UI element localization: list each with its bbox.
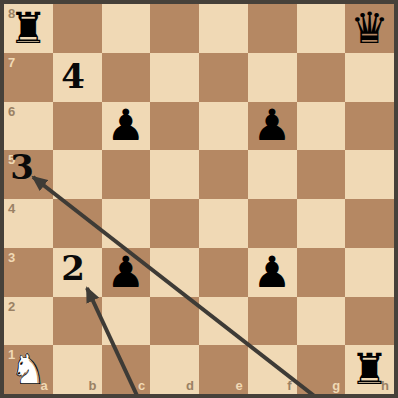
square-h8[interactable]: ♛ bbox=[345, 4, 394, 53]
white-knight-glyph: ♘ bbox=[9, 348, 48, 391]
black-pawn-glyph: ♟ bbox=[107, 104, 146, 147]
square-g7[interactable] bbox=[297, 53, 346, 102]
square-e5[interactable] bbox=[199, 150, 248, 199]
square-a7[interactable]: 7 bbox=[4, 53, 53, 102]
move-number-3-on-a5: 3 bbox=[10, 150, 34, 184]
square-a4[interactable]: 4 bbox=[4, 199, 53, 248]
piece-black-rook-h1[interactable]: ♜ bbox=[345, 345, 394, 394]
move-number-4-on-b7: 4 bbox=[61, 59, 85, 93]
square-h6[interactable] bbox=[345, 102, 394, 151]
rank-label-2: 2 bbox=[8, 299, 15, 314]
square-d4[interactable] bbox=[150, 199, 199, 248]
black-pawn-glyph: ♟ bbox=[253, 104, 292, 147]
square-c1[interactable]: c bbox=[102, 345, 151, 394]
square-g2[interactable] bbox=[297, 297, 346, 346]
square-h4[interactable] bbox=[345, 199, 394, 248]
square-e2[interactable] bbox=[199, 297, 248, 346]
rank-label-3: 3 bbox=[8, 250, 15, 265]
square-f7[interactable] bbox=[248, 53, 297, 102]
square-d7[interactable] bbox=[150, 53, 199, 102]
rank-label-6: 6 bbox=[8, 104, 15, 119]
square-g8[interactable] bbox=[297, 4, 346, 53]
square-e4[interactable] bbox=[199, 199, 248, 248]
square-f3[interactable]: ♟ bbox=[248, 248, 297, 297]
square-c2[interactable] bbox=[102, 297, 151, 346]
square-d1[interactable]: d bbox=[150, 345, 199, 394]
square-a3[interactable]: 3 bbox=[4, 248, 53, 297]
square-c8[interactable] bbox=[102, 4, 151, 53]
square-g4[interactable] bbox=[297, 199, 346, 248]
rank-label-4: 4 bbox=[8, 201, 15, 216]
move-number-2-on-b3: 2 bbox=[61, 251, 85, 285]
square-f2[interactable] bbox=[248, 297, 297, 346]
square-a1[interactable]: 1a♞♘ bbox=[4, 345, 53, 394]
square-e8[interactable] bbox=[199, 4, 248, 53]
square-b6[interactable] bbox=[53, 102, 102, 151]
square-f5[interactable] bbox=[248, 150, 297, 199]
square-g5[interactable] bbox=[297, 150, 346, 199]
file-label-b: b bbox=[89, 378, 97, 393]
square-c5[interactable] bbox=[102, 150, 151, 199]
square-b5[interactable] bbox=[53, 150, 102, 199]
file-label-d: d bbox=[186, 378, 194, 393]
piece-black-pawn-c3[interactable]: ♟ bbox=[102, 248, 151, 297]
square-a6[interactable]: 6 bbox=[4, 102, 53, 151]
square-e7[interactable] bbox=[199, 53, 248, 102]
piece-black-pawn-c6[interactable]: ♟ bbox=[102, 102, 151, 151]
square-c4[interactable] bbox=[102, 199, 151, 248]
piece-black-pawn-f3[interactable]: ♟ bbox=[248, 248, 297, 297]
square-b4[interactable] bbox=[53, 199, 102, 248]
square-h7[interactable] bbox=[345, 53, 394, 102]
piece-black-queen-h8[interactable]: ♛ bbox=[345, 4, 394, 53]
square-d8[interactable] bbox=[150, 4, 199, 53]
square-d2[interactable] bbox=[150, 297, 199, 346]
file-label-g: g bbox=[332, 378, 340, 393]
square-h2[interactable] bbox=[345, 297, 394, 346]
square-d5[interactable] bbox=[150, 150, 199, 199]
square-c3[interactable]: ♟ bbox=[102, 248, 151, 297]
square-g3[interactable] bbox=[297, 248, 346, 297]
black-pawn-glyph: ♟ bbox=[253, 251, 292, 294]
piece-white-knight-a1[interactable]: ♞♘ bbox=[4, 345, 53, 394]
square-e6[interactable] bbox=[199, 102, 248, 151]
square-b2[interactable] bbox=[53, 297, 102, 346]
square-f8[interactable] bbox=[248, 4, 297, 53]
square-h5[interactable] bbox=[345, 150, 394, 199]
file-label-e: e bbox=[236, 378, 243, 393]
chess-board: 8♜♛76♟♟543♟♟21a♞♘bcdefgh♜ 432 bbox=[0, 0, 398, 398]
black-queen-glyph: ♛ bbox=[350, 7, 389, 50]
square-a2[interactable]: 2 bbox=[4, 297, 53, 346]
square-f4[interactable] bbox=[248, 199, 297, 248]
square-e3[interactable] bbox=[199, 248, 248, 297]
square-b8[interactable] bbox=[53, 4, 102, 53]
square-d6[interactable] bbox=[150, 102, 199, 151]
piece-black-rook-a8[interactable]: ♜ bbox=[4, 4, 53, 53]
black-rook-glyph: ♜ bbox=[9, 7, 48, 50]
square-g1[interactable]: g bbox=[297, 345, 346, 394]
piece-black-pawn-f6[interactable]: ♟ bbox=[248, 102, 297, 151]
square-g6[interactable] bbox=[297, 102, 346, 151]
square-d3[interactable] bbox=[150, 248, 199, 297]
file-label-c: c bbox=[138, 378, 145, 393]
rank-label-7: 7 bbox=[8, 55, 15, 70]
black-pawn-glyph: ♟ bbox=[107, 251, 146, 294]
square-c6[interactable]: ♟ bbox=[102, 102, 151, 151]
square-f6[interactable]: ♟ bbox=[248, 102, 297, 151]
black-rook-glyph: ♜ bbox=[350, 348, 389, 391]
square-c7[interactable] bbox=[102, 53, 151, 102]
square-b1[interactable]: b bbox=[53, 345, 102, 394]
square-h3[interactable] bbox=[345, 248, 394, 297]
square-a8[interactable]: 8♜ bbox=[4, 4, 53, 53]
square-h1[interactable]: h♜ bbox=[345, 345, 394, 394]
square-f1[interactable]: f bbox=[248, 345, 297, 394]
square-e1[interactable]: e bbox=[199, 345, 248, 394]
file-label-f: f bbox=[287, 378, 291, 393]
